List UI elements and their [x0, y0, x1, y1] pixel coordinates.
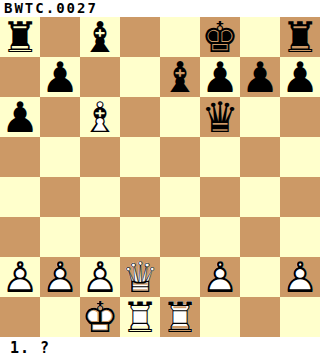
piece-black-rook: ♜: [0, 17, 40, 57]
square-h2[interactable]: ♟♙: [280, 257, 320, 297]
square-f5[interactable]: [200, 137, 240, 177]
square-g5[interactable]: [240, 137, 280, 177]
square-g4[interactable]: [240, 177, 280, 217]
square-g2[interactable]: [240, 257, 280, 297]
square-e7[interactable]: ♝: [160, 57, 200, 97]
square-g8[interactable]: [240, 17, 280, 57]
piece-black-king: ♚: [200, 17, 240, 57]
piece-white-king: ♚♔: [80, 297, 120, 337]
square-h6[interactable]: [280, 97, 320, 137]
square-e8[interactable]: [160, 17, 200, 57]
square-h5[interactable]: [280, 137, 320, 177]
square-h4[interactable]: [280, 177, 320, 217]
piece-white-queen: ♛♕: [120, 257, 160, 297]
move-prompt: 1. ?: [0, 337, 320, 360]
square-g6[interactable]: [240, 97, 280, 137]
square-a3[interactable]: [0, 217, 40, 257]
square-e6[interactable]: [160, 97, 200, 137]
piece-black-queen: ♛: [200, 97, 240, 137]
square-f6[interactable]: ♛: [200, 97, 240, 137]
square-d4[interactable]: [120, 177, 160, 217]
square-f8[interactable]: ♚: [200, 17, 240, 57]
square-e3[interactable]: [160, 217, 200, 257]
square-c3[interactable]: [80, 217, 120, 257]
square-c6[interactable]: ♝♗: [80, 97, 120, 137]
square-f2[interactable]: ♟♙: [200, 257, 240, 297]
piece-black-bishop: ♝: [160, 57, 200, 97]
square-d5[interactable]: [120, 137, 160, 177]
square-g1[interactable]: [240, 297, 280, 337]
square-c4[interactable]: [80, 177, 120, 217]
square-a4[interactable]: [0, 177, 40, 217]
piece-white-pawn: ♟♙: [40, 257, 80, 297]
square-c8[interactable]: ♝: [80, 17, 120, 57]
square-b2[interactable]: ♟♙: [40, 257, 80, 297]
square-a8[interactable]: ♜: [0, 17, 40, 57]
square-b7[interactable]: ♟: [40, 57, 80, 97]
square-d7[interactable]: [120, 57, 160, 97]
piece-black-rook: ♜: [280, 17, 320, 57]
square-f3[interactable]: [200, 217, 240, 257]
piece-white-bishop: ♝♗: [80, 97, 120, 137]
square-b5[interactable]: [40, 137, 80, 177]
square-e1[interactable]: ♜♖: [160, 297, 200, 337]
chess-board: ♜♝♚♜♟♝♟♟♟♟♝♗♛♟♙♟♙♟♙♛♕♟♙♟♙♚♔♜♖♜♖: [0, 17, 320, 337]
square-a1[interactable]: [0, 297, 40, 337]
piece-white-pawn: ♟♙: [0, 257, 40, 297]
square-d6[interactable]: [120, 97, 160, 137]
square-b1[interactable]: [40, 297, 80, 337]
square-g7[interactable]: ♟: [240, 57, 280, 97]
square-h7[interactable]: ♟: [280, 57, 320, 97]
piece-black-pawn: ♟: [0, 97, 40, 137]
piece-black-pawn: ♟: [280, 57, 320, 97]
square-a6[interactable]: ♟: [0, 97, 40, 137]
piece-white-rook: ♜♖: [160, 297, 200, 337]
square-b8[interactable]: [40, 17, 80, 57]
square-e2[interactable]: [160, 257, 200, 297]
piece-white-pawn: ♟♙: [80, 257, 120, 297]
piece-black-bishop: ♝: [80, 17, 120, 57]
square-e5[interactable]: [160, 137, 200, 177]
square-b3[interactable]: [40, 217, 80, 257]
square-d1[interactable]: ♜♖: [120, 297, 160, 337]
square-c2[interactable]: ♟♙: [80, 257, 120, 297]
square-b4[interactable]: [40, 177, 80, 217]
piece-black-pawn: ♟: [200, 57, 240, 97]
square-h1[interactable]: [280, 297, 320, 337]
piece-black-pawn: ♟: [40, 57, 80, 97]
piece-white-rook: ♜♖: [120, 297, 160, 337]
square-e4[interactable]: [160, 177, 200, 217]
square-c5[interactable]: [80, 137, 120, 177]
square-f1[interactable]: [200, 297, 240, 337]
chess-puzzle-page: BWTC.0027 ♜♝♚♜♟♝♟♟♟♟♝♗♛♟♙♟♙♟♙♛♕♟♙♟♙♚♔♜♖♜…: [0, 0, 320, 360]
square-c7[interactable]: [80, 57, 120, 97]
piece-black-pawn: ♟: [240, 57, 280, 97]
square-f7[interactable]: ♟: [200, 57, 240, 97]
square-d3[interactable]: [120, 217, 160, 257]
square-g3[interactable]: [240, 217, 280, 257]
square-d8[interactable]: [120, 17, 160, 57]
piece-white-pawn: ♟♙: [280, 257, 320, 297]
square-h8[interactable]: ♜: [280, 17, 320, 57]
piece-white-pawn: ♟♙: [200, 257, 240, 297]
square-d2[interactable]: ♛♕: [120, 257, 160, 297]
square-a2[interactable]: ♟♙: [0, 257, 40, 297]
square-b6[interactable]: [40, 97, 80, 137]
square-f4[interactable]: [200, 177, 240, 217]
square-a5[interactable]: [0, 137, 40, 177]
puzzle-title: BWTC.0027: [0, 0, 320, 17]
square-a7[interactable]: [0, 57, 40, 97]
square-c1[interactable]: ♚♔: [80, 297, 120, 337]
square-h3[interactable]: [280, 217, 320, 257]
